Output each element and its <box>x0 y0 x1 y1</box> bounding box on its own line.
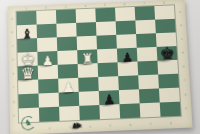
chess-board: 12345678 12345678 abcdefgh abcdefgh ♝♚♟♜… <box>8 0 193 134</box>
coordinate-label: 1 <box>16 7 36 11</box>
square-b8[interactable] <box>155 19 176 33</box>
square-h6[interactable] <box>119 103 140 118</box>
board-grid: ♝♚♟♜♟♚♛♟♟ <box>17 5 181 122</box>
white-rook-d4[interactable]: ♜ <box>81 51 94 65</box>
coordinate-label: 6 <box>120 124 140 128</box>
coordinate-label: d <box>180 46 185 60</box>
square-e3[interactable] <box>58 64 78 79</box>
square-a4[interactable] <box>76 9 96 23</box>
square-a2[interactable] <box>36 10 56 24</box>
coordinate-label: g <box>183 87 188 101</box>
black-king-d8[interactable]: ♚ <box>159 45 175 62</box>
coordinate-label: f <box>182 73 187 87</box>
square-d5[interactable] <box>97 49 118 64</box>
square-e5[interactable] <box>98 62 119 77</box>
coordinate-label: 5 <box>95 3 115 7</box>
square-a5[interactable] <box>95 8 115 22</box>
fallen-captured-piece[interactable]: ♞ <box>70 119 84 132</box>
square-d6[interactable]: ♟ <box>117 48 138 63</box>
coordinate-label: h <box>12 109 16 123</box>
coordinate-label: a <box>178 5 183 19</box>
black-bishop-b1[interactable]: ♝ <box>21 27 34 41</box>
coordinate-label: 7 <box>141 123 161 127</box>
square-g2[interactable] <box>39 93 60 108</box>
square-c2[interactable] <box>37 37 57 52</box>
coordinate-label: 2 <box>36 6 56 10</box>
coordinate-label: 5 <box>100 124 120 128</box>
square-f5[interactable] <box>98 76 119 91</box>
square-a3[interactable] <box>56 9 76 23</box>
square-c7[interactable] <box>136 33 157 47</box>
square-f6[interactable] <box>118 75 139 90</box>
coordinate-label: 3 <box>56 5 76 9</box>
coordinate-label: g <box>12 94 16 108</box>
square-a8[interactable] <box>154 5 174 19</box>
square-g7[interactable] <box>139 88 160 103</box>
square-a1[interactable] <box>17 11 37 25</box>
coordinate-label: h <box>184 101 189 115</box>
square-h4[interactable] <box>79 105 100 120</box>
square-c5[interactable] <box>96 35 116 50</box>
coordinates-bottom: 12345678 <box>19 122 181 132</box>
white-pawn-f3[interactable]: ♟ <box>62 80 75 95</box>
black-pawn-d6[interactable]: ♟ <box>121 51 133 64</box>
coordinate-label: 8 <box>161 122 181 126</box>
square-b2[interactable] <box>37 24 57 38</box>
coordinate-label: 4 <box>75 4 95 8</box>
square-h7[interactable] <box>140 102 161 117</box>
coordinate-label: b <box>10 25 14 39</box>
square-h8[interactable] <box>160 102 181 117</box>
square-g8[interactable] <box>159 88 180 103</box>
square-b4[interactable] <box>76 22 96 36</box>
square-a7[interactable] <box>135 6 155 20</box>
coordinate-label: b <box>179 19 184 33</box>
coordinate-label: 8 <box>154 1 174 5</box>
square-b6[interactable] <box>116 20 136 34</box>
square-h3[interactable] <box>59 106 80 121</box>
coordinate-label: 7 <box>134 2 154 6</box>
black-pawn-g5[interactable]: ♟ <box>103 92 116 107</box>
square-c3[interactable] <box>57 36 77 51</box>
square-f8[interactable] <box>158 74 179 89</box>
square-g1[interactable] <box>18 93 38 108</box>
coordinate-label: c <box>180 32 185 46</box>
coordinate-label: e <box>181 60 186 74</box>
square-c4[interactable] <box>77 36 97 51</box>
square-f3[interactable]: ♟ <box>58 78 79 93</box>
coordinate-label: 2 <box>39 127 59 131</box>
square-h2[interactable] <box>39 107 60 122</box>
square-b3[interactable] <box>56 23 76 37</box>
photo-scene: 12345678 12345678 abcdefgh abcdefgh ♝♚♟♜… <box>0 0 200 134</box>
square-e7[interactable] <box>137 61 158 76</box>
white-pawn-d2[interactable]: ♟ <box>42 54 54 67</box>
coordinate-label: c <box>11 39 15 53</box>
square-d8[interactable]: ♚ <box>157 46 178 61</box>
square-a6[interactable] <box>115 7 135 21</box>
square-d2[interactable]: ♟ <box>37 51 57 66</box>
square-d4[interactable]: ♜ <box>77 49 97 64</box>
square-g6[interactable] <box>119 89 140 104</box>
white-queen-e1[interactable]: ♛ <box>21 66 36 82</box>
square-g4[interactable] <box>79 91 100 106</box>
square-b5[interactable] <box>96 21 116 35</box>
square-f7[interactable] <box>138 75 159 90</box>
square-f2[interactable] <box>38 79 58 94</box>
square-g5[interactable]: ♟ <box>99 90 120 105</box>
coordinate-label: a <box>10 12 14 26</box>
square-b7[interactable] <box>135 20 155 34</box>
square-b1[interactable]: ♝ <box>17 25 37 39</box>
square-c6[interactable] <box>116 34 137 48</box>
coordinate-label: f <box>12 80 16 94</box>
square-d3[interactable] <box>57 50 77 65</box>
square-f4[interactable] <box>78 77 99 92</box>
coordinate-label: 6 <box>115 3 135 7</box>
